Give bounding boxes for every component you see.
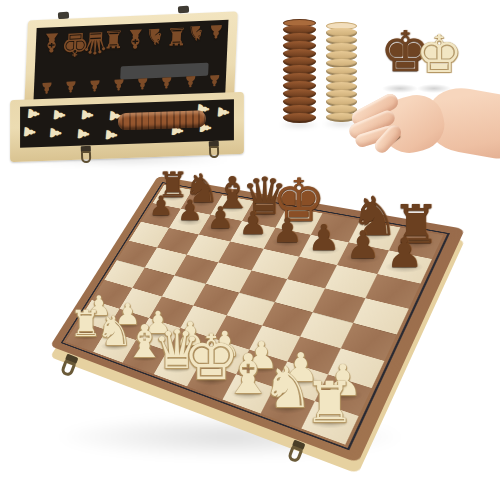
case-latch (80, 146, 93, 163)
stored-light-piece: ♟ (79, 108, 95, 122)
piece-black-pawn-d7: ♟ (238, 208, 266, 240)
stored-dark-piece: ♞ (187, 23, 206, 44)
stored-dark-pawn: ♟ (64, 78, 78, 94)
case-lid-interior: ♝♚♛♜♝♞♜♞♟♟♟♟♟♟♟♟♟ (33, 20, 228, 103)
piece-black-pawn-a7: ♟ (149, 193, 173, 220)
stored-light-piece: ♟ (21, 125, 37, 139)
stored-dark-pawn: ♟ (88, 77, 102, 93)
piece-black-pawn-g7: ♟ (346, 226, 380, 264)
stored-light-piece: ♟ (51, 108, 67, 122)
display-light-king: ♚ (416, 28, 463, 80)
latch-loop (60, 359, 77, 377)
stored-dark-piece: ♟ (208, 22, 225, 41)
case-hook-right (178, 6, 189, 14)
checkers-roll (118, 110, 206, 130)
stored-dark-pawn: ♟ (184, 73, 198, 89)
piece-black-pawn-b7: ♟ (177, 198, 202, 226)
case-latch (208, 141, 221, 158)
product-photo-stage: ♜♞♝♛♚♞♜♟♟♟♟♟♟♟♟♟♟♟♟♟♟♟♟♜♞♝♛♚♝♞♜♝♚♛♜♝♞♜♞♟… (0, 0, 500, 485)
stored-dark-pawn: ♟ (160, 74, 174, 90)
stored-dark-piece: ♞ (145, 24, 166, 47)
stored-light-piece: ♟ (215, 105, 231, 119)
case-latch-loop (81, 151, 91, 163)
stored-dark-pawn: ♟ (136, 75, 150, 91)
stored-dark-piece: ♜ (102, 26, 125, 51)
piece-white-rook-h1: ♜ (304, 375, 355, 432)
hand: ♝ (330, 80, 500, 175)
stored-dark-pawn: ♟ (112, 76, 126, 92)
piece-black-pawn-e7: ♟ (272, 214, 302, 248)
stored-light-piece: ♟ (103, 128, 119, 142)
stored-light-piece: ♟ (47, 126, 63, 140)
stored-light-piece: ♟ (75, 127, 91, 141)
stored-dark-pawn: ♟ (40, 79, 54, 95)
piece-black-pawn-h7: ♟ (386, 232, 423, 273)
stored-dark-pawn: ♟ (208, 72, 222, 88)
piece-black-pawn-c7: ♟ (207, 203, 234, 233)
case-latch-loop (209, 146, 219, 158)
stored-dark-piece: ♜ (165, 23, 188, 48)
piece-black-pawn-f7: ♟ (308, 220, 340, 256)
stored-light-piece: ♟ (25, 107, 41, 121)
storage-case: ♝♚♛♜♝♞♜♞♟♟♟♟♟♟♟♟♟♟♟♟♟♟♟♟♟♟♟♟♟ (6, 0, 246, 164)
case-tray-interior: ♟♟♟♟♟♟♟♟♟♟♟♟ (20, 99, 234, 147)
latch-loop (287, 446, 304, 464)
